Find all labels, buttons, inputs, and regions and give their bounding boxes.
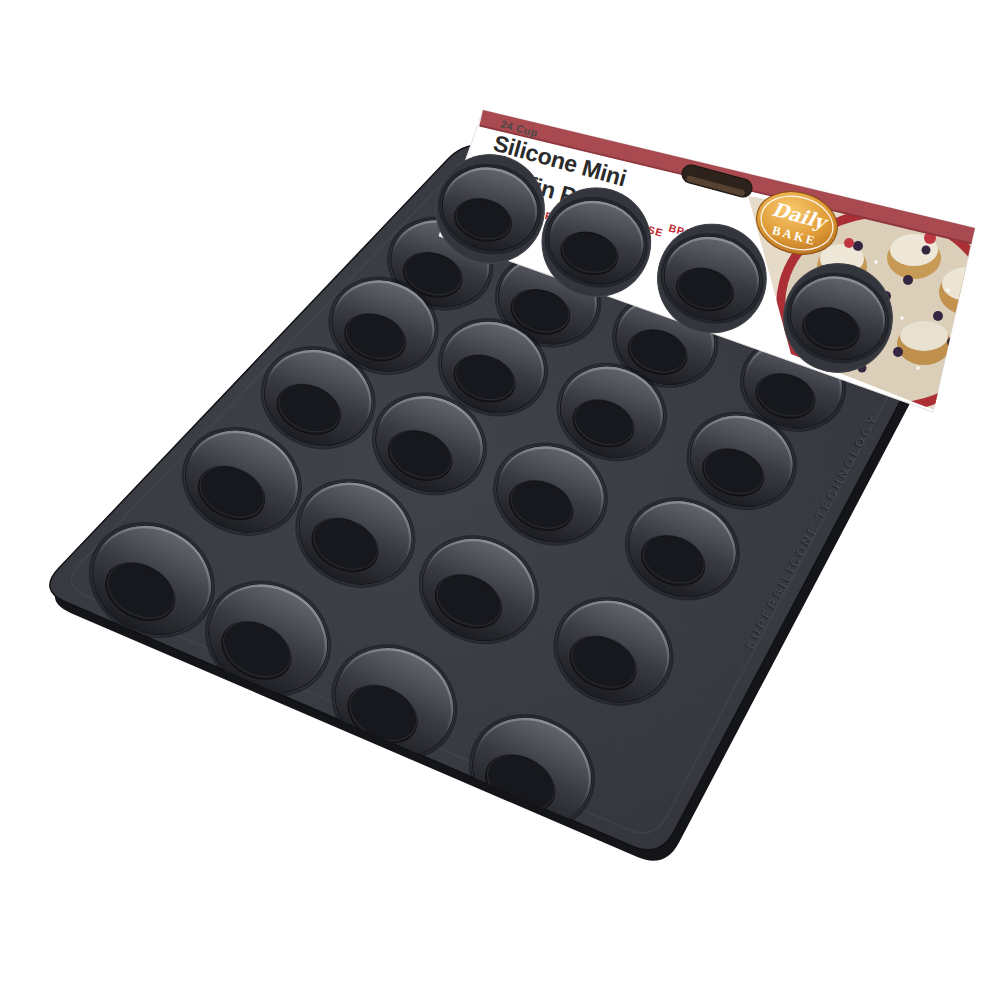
muffin-pan-product-shot: SUPERSILICONE TECHNOLOGY SUPERSILICONE T… — [0, 0, 1000, 1000]
product-photo: SUPERSILICONE TECHNOLOGY SUPERSILICONE T… — [0, 0, 1000, 1000]
